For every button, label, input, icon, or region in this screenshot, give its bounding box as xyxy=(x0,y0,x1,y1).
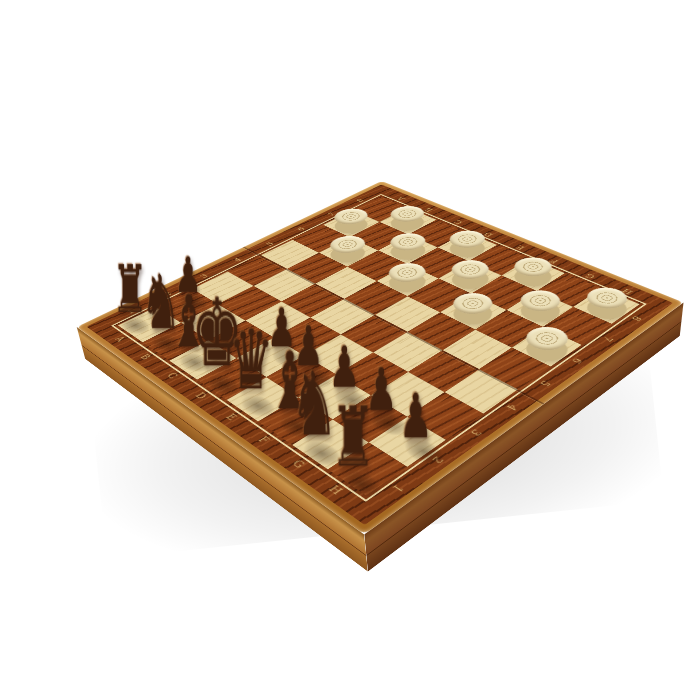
product-photo: AA11BB22CC33DD44EE55FF66GG77HH88♜♞♝♚♛♝♞♜… xyxy=(0,0,700,700)
disc-rings xyxy=(589,289,624,307)
disc-rings xyxy=(392,234,423,249)
disc-rings xyxy=(393,207,422,221)
disc-rings xyxy=(454,261,487,278)
disc-rings xyxy=(391,264,423,281)
disc-rings xyxy=(517,259,550,276)
disc-rings xyxy=(456,294,490,312)
disc-rings xyxy=(452,232,483,247)
disc-rings xyxy=(529,328,566,349)
disc-rings xyxy=(333,237,364,252)
rook-icon: ♜ xyxy=(311,396,396,478)
disc-rings xyxy=(336,210,365,224)
disc-rings xyxy=(522,292,557,310)
